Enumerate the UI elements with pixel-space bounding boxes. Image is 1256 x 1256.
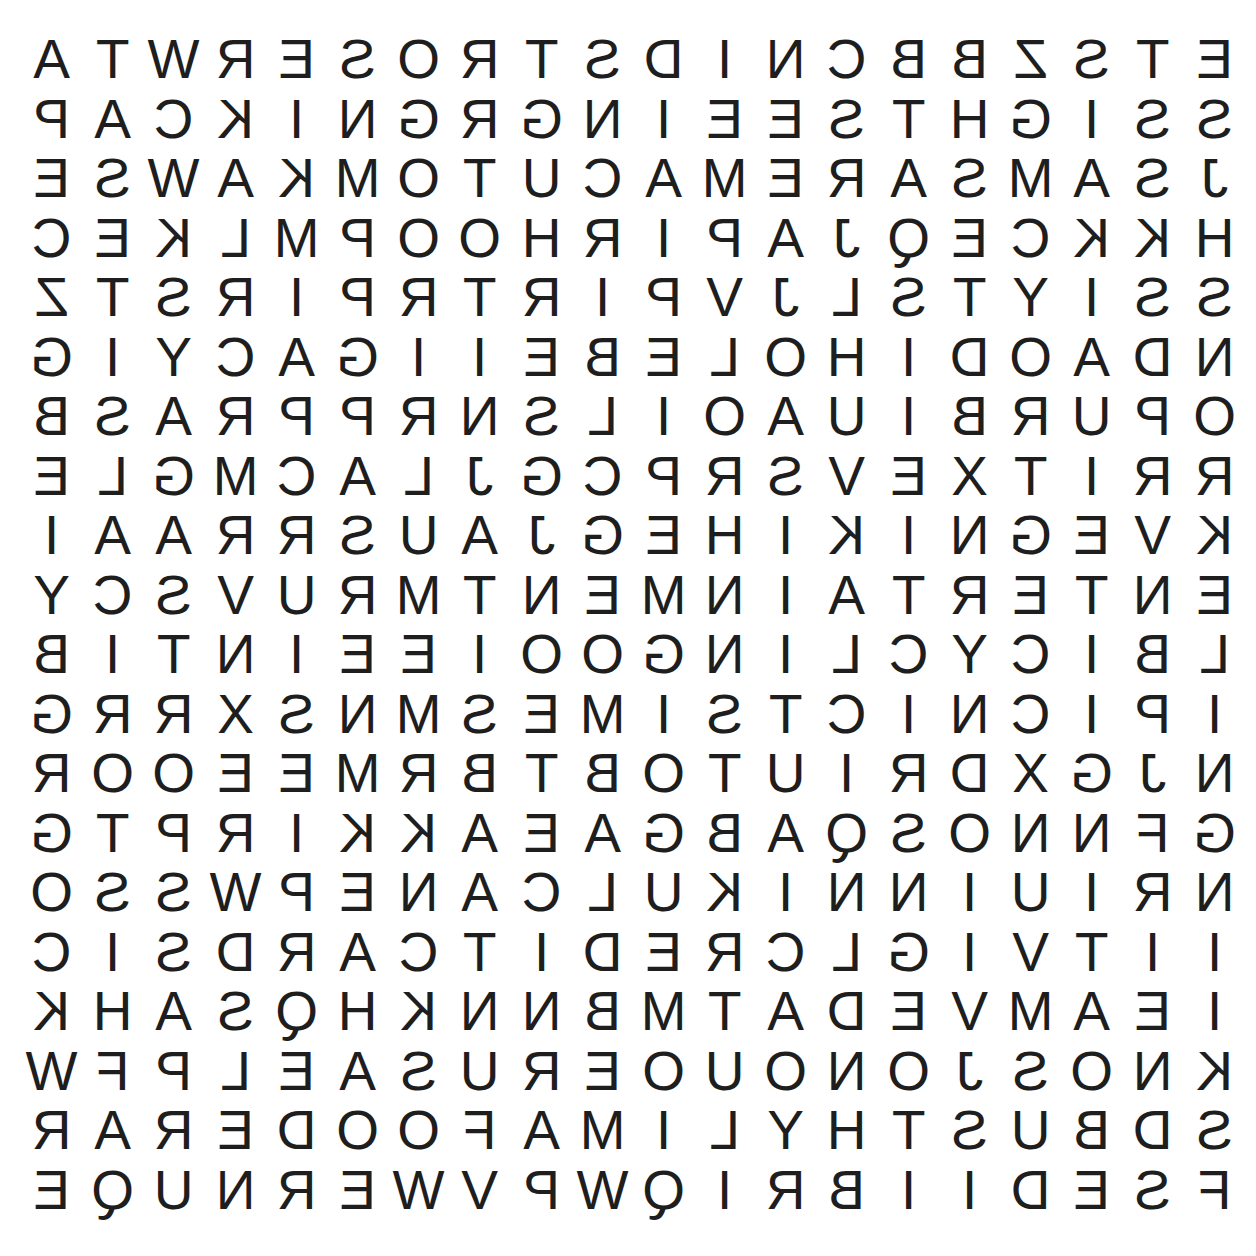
grid-cell[interactable]: J: [1184, 149, 1245, 209]
grid-cell[interactable]: N: [755, 30, 816, 90]
grid-cell[interactable]: D: [1122, 1101, 1183, 1161]
grid-cell[interactable]: R: [572, 209, 633, 269]
grid-cell[interactable]: I: [694, 1161, 755, 1221]
grid-cell[interactable]: K: [1122, 209, 1183, 269]
grid-cell[interactable]: O: [755, 328, 816, 388]
grid-cell[interactable]: S: [266, 685, 327, 745]
grid-cell[interactable]: C: [21, 923, 82, 983]
grid-cell[interactable]: A: [755, 982, 816, 1042]
grid-cell[interactable]: T: [82, 268, 143, 328]
grid-cell[interactable]: R: [205, 804, 266, 864]
grid-cell[interactable]: F: [82, 1042, 143, 1102]
grid-cell[interactable]: T: [449, 566, 510, 626]
grid-cell[interactable]: I: [939, 1161, 1000, 1221]
grid-cell[interactable]: R: [1184, 447, 1245, 507]
grid-cell[interactable]: C: [511, 863, 572, 923]
grid-cell[interactable]: F: [449, 1101, 510, 1161]
grid-cell[interactable]: G: [1000, 90, 1061, 150]
grid-cell[interactable]: T: [878, 566, 939, 626]
grid-cell[interactable]: D: [816, 982, 877, 1042]
grid-cell[interactable]: E: [511, 328, 572, 388]
grid-cell[interactable]: G: [388, 90, 449, 150]
grid-cell[interactable]: S: [1122, 268, 1183, 328]
grid-cell[interactable]: I: [21, 506, 82, 566]
grid-cell[interactable]: P: [327, 387, 388, 447]
grid-cell[interactable]: I: [633, 209, 694, 269]
grid-cell[interactable]: I: [816, 744, 877, 804]
grid-cell[interactable]: M: [266, 209, 327, 269]
grid-cell[interactable]: L: [205, 209, 266, 269]
grid-cell[interactable]: I: [82, 625, 143, 685]
grid-cell[interactable]: I: [755, 506, 816, 566]
grid-cell[interactable]: T: [511, 744, 572, 804]
grid-cell[interactable]: Z: [1000, 30, 1061, 90]
grid-cell[interactable]: A: [878, 149, 939, 209]
grid-cell[interactable]: I: [1122, 923, 1183, 983]
grid-cell[interactable]: I: [755, 863, 816, 923]
grid-cell[interactable]: O: [327, 1101, 388, 1161]
grid-cell[interactable]: C: [755, 923, 816, 983]
grid-cell[interactable]: R: [511, 268, 572, 328]
grid-cell[interactable]: P: [266, 863, 327, 923]
grid-cell[interactable]: J: [511, 506, 572, 566]
grid-cell[interactable]: J: [816, 209, 877, 269]
grid-cell[interactable]: P: [511, 1161, 572, 1221]
grid-cell[interactable]: T: [878, 1101, 939, 1161]
grid-cell[interactable]: Y: [1000, 268, 1061, 328]
grid-cell[interactable]: E: [266, 1042, 327, 1102]
grid-cell[interactable]: O: [511, 625, 572, 685]
grid-cell[interactable]: E: [1061, 1161, 1122, 1221]
grid-cell[interactable]: R: [449, 30, 510, 90]
grid-cell[interactable]: E: [1184, 30, 1245, 90]
grid-cell[interactable]: D: [939, 744, 1000, 804]
grid-cell[interactable]: G: [878, 923, 939, 983]
grid-cell[interactable]: N: [1184, 744, 1245, 804]
grid-cell[interactable]: S: [205, 982, 266, 1042]
grid-cell[interactable]: M: [388, 566, 449, 626]
grid-cell[interactable]: I: [1061, 268, 1122, 328]
grid-cell[interactable]: W: [572, 1161, 633, 1221]
grid-cell[interactable]: A: [82, 90, 143, 150]
grid-cell[interactable]: B: [1061, 1101, 1122, 1161]
grid-cell[interactable]: O: [755, 1042, 816, 1102]
grid-cell[interactable]: T: [694, 744, 755, 804]
grid-cell[interactable]: K: [1184, 506, 1245, 566]
grid-cell[interactable]: I: [694, 30, 755, 90]
grid-cell[interactable]: A: [755, 387, 816, 447]
grid-cell[interactable]: B: [572, 982, 633, 1042]
grid-cell[interactable]: F: [1122, 804, 1183, 864]
grid-cell[interactable]: Y: [143, 328, 204, 388]
grid-cell[interactable]: K: [266, 149, 327, 209]
grid-cell[interactable]: S: [143, 863, 204, 923]
grid-cell[interactable]: M: [633, 982, 694, 1042]
grid-cell[interactable]: O: [82, 744, 143, 804]
grid-cell[interactable]: B: [21, 387, 82, 447]
grid-cell[interactable]: P: [143, 1042, 204, 1102]
grid-cell[interactable]: N: [1000, 804, 1061, 864]
grid-cell[interactable]: L: [816, 625, 877, 685]
grid-cell[interactable]: U: [143, 1161, 204, 1221]
grid-cell[interactable]: O: [21, 863, 82, 923]
grid-cell[interactable]: H: [816, 1101, 877, 1161]
grid-cell[interactable]: B: [572, 328, 633, 388]
grid-cell[interactable]: U: [1000, 863, 1061, 923]
grid-cell[interactable]: U: [1061, 387, 1122, 447]
grid-cell[interactable]: V: [694, 268, 755, 328]
grid-cell[interactable]: T: [82, 804, 143, 864]
grid-cell[interactable]: N: [694, 625, 755, 685]
grid-cell[interactable]: N: [816, 1042, 877, 1102]
grid-cell[interactable]: K: [388, 982, 449, 1042]
grid-cell[interactable]: S: [755, 447, 816, 507]
grid-cell[interactable]: I: [755, 566, 816, 626]
grid-cell[interactable]: M: [572, 685, 633, 745]
grid-cell[interactable]: T: [1122, 30, 1183, 90]
grid-cell[interactable]: A: [755, 209, 816, 269]
grid-cell[interactable]: A: [327, 923, 388, 983]
grid-cell[interactable]: T: [143, 625, 204, 685]
grid-cell[interactable]: C: [21, 209, 82, 269]
grid-cell[interactable]: E: [327, 1161, 388, 1221]
grid-cell[interactable]: A: [449, 506, 510, 566]
grid-cell[interactable]: U: [633, 863, 694, 923]
grid-cell[interactable]: B: [449, 744, 510, 804]
grid-cell[interactable]: H: [327, 982, 388, 1042]
grid-cell[interactable]: E: [205, 744, 266, 804]
grid-cell[interactable]: N: [694, 566, 755, 626]
grid-cell[interactable]: M: [205, 447, 266, 507]
grid-cell[interactable]: O: [1000, 328, 1061, 388]
grid-cell[interactable]: S: [1122, 90, 1183, 150]
grid-cell[interactable]: H: [82, 982, 143, 1042]
grid-cell[interactable]: E: [1061, 506, 1122, 566]
grid-cell[interactable]: E: [21, 1161, 82, 1221]
grid-cell[interactable]: D: [266, 1101, 327, 1161]
grid-cell[interactable]: L: [205, 1042, 266, 1102]
grid-cell[interactable]: P: [21, 90, 82, 150]
grid-cell[interactable]: I: [266, 268, 327, 328]
grid-cell[interactable]: R: [82, 685, 143, 745]
grid-cell[interactable]: S: [878, 268, 939, 328]
grid-cell[interactable]: R: [1122, 447, 1183, 507]
grid-cell[interactable]: S: [82, 149, 143, 209]
grid-cell[interactable]: I: [266, 90, 327, 150]
grid-cell[interactable]: A: [1061, 149, 1122, 209]
grid-cell[interactable]: E: [511, 685, 572, 745]
grid-cell[interactable]: H: [511, 209, 572, 269]
grid-cell[interactable]: E: [327, 625, 388, 685]
grid-cell[interactable]: E: [755, 149, 816, 209]
grid-cell[interactable]: U: [449, 1042, 510, 1102]
grid-cell[interactable]: P: [633, 447, 694, 507]
grid-cell[interactable]: C: [266, 447, 327, 507]
grid-cell[interactable]: I: [878, 506, 939, 566]
grid-cell[interactable]: E: [266, 744, 327, 804]
grid-cell[interactable]: I: [449, 328, 510, 388]
grid-cell[interactable]: C: [878, 625, 939, 685]
grid-cell[interactable]: W: [21, 1042, 82, 1102]
grid-cell[interactable]: E: [205, 1101, 266, 1161]
grid-cell[interactable]: D: [1000, 1161, 1061, 1221]
grid-cell[interactable]: I: [939, 923, 1000, 983]
grid-cell[interactable]: M: [633, 566, 694, 626]
grid-cell[interactable]: S: [143, 923, 204, 983]
grid-cell[interactable]: I: [633, 1101, 694, 1161]
grid-cell[interactable]: P: [1122, 685, 1183, 745]
grid-cell[interactable]: S: [939, 1101, 1000, 1161]
grid-cell[interactable]: B: [816, 1161, 877, 1221]
grid-cell[interactable]: E: [572, 566, 633, 626]
grid-cell[interactable]: M: [1000, 982, 1061, 1042]
grid-cell[interactable]: N: [878, 863, 939, 923]
grid-cell[interactable]: I: [1184, 923, 1245, 983]
grid-cell[interactable]: J: [1122, 744, 1183, 804]
grid-cell[interactable]: Q: [633, 1161, 694, 1221]
grid-cell[interactable]: T: [449, 268, 510, 328]
grid-cell[interactable]: G: [1184, 804, 1245, 864]
grid-cell[interactable]: E: [633, 328, 694, 388]
grid-cell[interactable]: T: [878, 90, 939, 150]
grid-cell[interactable]: K: [21, 982, 82, 1042]
grid-cell[interactable]: E: [266, 30, 327, 90]
grid-cell[interactable]: Y: [755, 1101, 816, 1161]
grid-cell[interactable]: L: [572, 387, 633, 447]
grid-cell[interactable]: X: [1000, 744, 1061, 804]
grid-cell[interactable]: L: [816, 268, 877, 328]
grid-cell[interactable]: B: [939, 30, 1000, 90]
grid-cell[interactable]: L: [388, 447, 449, 507]
grid-cell[interactable]: S: [878, 804, 939, 864]
grid-cell[interactable]: V: [1122, 506, 1183, 566]
grid-cell[interactable]: O: [939, 804, 1000, 864]
grid-cell[interactable]: S: [143, 566, 204, 626]
grid-cell[interactable]: A: [143, 506, 204, 566]
grid-cell[interactable]: U: [755, 744, 816, 804]
grid-cell[interactable]: N: [572, 90, 633, 150]
grid-cell[interactable]: R: [205, 268, 266, 328]
grid-cell[interactable]: R: [21, 744, 82, 804]
grid-cell[interactable]: V: [449, 1161, 510, 1221]
grid-cell[interactable]: G: [572, 506, 633, 566]
grid-cell[interactable]: B: [939, 387, 1000, 447]
grid-cell[interactable]: Q: [82, 1161, 143, 1221]
grid-cell[interactable]: G: [21, 685, 82, 745]
grid-cell[interactable]: A: [449, 863, 510, 923]
grid-cell[interactable]: G: [143, 447, 204, 507]
grid-cell[interactable]: J: [755, 268, 816, 328]
grid-cell[interactable]: V: [1000, 923, 1061, 983]
grid-cell[interactable]: R: [266, 923, 327, 983]
grid-cell[interactable]: O: [449, 209, 510, 269]
grid-cell[interactable]: C: [1000, 209, 1061, 269]
grid-cell[interactable]: M: [327, 149, 388, 209]
grid-cell[interactable]: O: [633, 744, 694, 804]
grid-cell[interactable]: R: [1000, 387, 1061, 447]
grid-cell[interactable]: E: [572, 1042, 633, 1102]
grid-cell[interactable]: E: [755, 90, 816, 150]
grid-cell[interactable]: N: [1122, 566, 1183, 626]
grid-cell[interactable]: I: [878, 328, 939, 388]
grid-cell[interactable]: B: [572, 744, 633, 804]
grid-cell[interactable]: S: [572, 30, 633, 90]
grid-cell[interactable]: N: [816, 863, 877, 923]
grid-cell[interactable]: G: [21, 804, 82, 864]
grid-cell[interactable]: G: [633, 804, 694, 864]
grid-cell[interactable]: T: [1061, 923, 1122, 983]
grid-cell[interactable]: R: [939, 566, 1000, 626]
grid-cell[interactable]: K: [388, 804, 449, 864]
grid-cell[interactable]: E: [694, 90, 755, 150]
grid-cell[interactable]: K: [205, 90, 266, 150]
grid-cell[interactable]: N: [205, 625, 266, 685]
grid-cell[interactable]: E: [511, 804, 572, 864]
grid-cell[interactable]: S: [82, 387, 143, 447]
grid-cell[interactable]: R: [266, 506, 327, 566]
grid-cell[interactable]: R: [388, 268, 449, 328]
grid-cell[interactable]: K: [1184, 1042, 1245, 1102]
grid-cell[interactable]: C: [143, 90, 204, 150]
grid-cell[interactable]: J: [939, 1042, 1000, 1102]
grid-cell[interactable]: E: [878, 982, 939, 1042]
grid-cell[interactable]: A: [205, 149, 266, 209]
grid-cell[interactable]: P: [694, 209, 755, 269]
grid-cell[interactable]: S: [327, 506, 388, 566]
grid-cell[interactable]: I: [755, 625, 816, 685]
grid-cell[interactable]: N: [327, 90, 388, 150]
grid-cell[interactable]: N: [205, 1161, 266, 1221]
grid-cell[interactable]: I: [82, 923, 143, 983]
grid-cell[interactable]: R: [327, 566, 388, 626]
grid-cell[interactable]: D: [939, 328, 1000, 388]
grid-cell[interactable]: S: [1184, 90, 1245, 150]
grid-cell[interactable]: B: [878, 30, 939, 90]
grid-cell[interactable]: A: [511, 1101, 572, 1161]
grid-cell[interactable]: S: [449, 685, 510, 745]
grid-cell[interactable]: L: [572, 863, 633, 923]
grid-cell[interactable]: S: [939, 149, 1000, 209]
grid-cell[interactable]: P: [1122, 387, 1183, 447]
grid-cell[interactable]: T: [449, 923, 510, 983]
grid-cell[interactable]: O: [633, 1042, 694, 1102]
grid-cell[interactable]: A: [143, 387, 204, 447]
grid-cell[interactable]: U: [816, 387, 877, 447]
grid-cell[interactable]: O: [1061, 1042, 1122, 1102]
grid-cell[interactable]: N: [449, 982, 510, 1042]
grid-cell[interactable]: S: [511, 387, 572, 447]
grid-cell[interactable]: N: [449, 387, 510, 447]
grid-cell[interactable]: T: [755, 685, 816, 745]
grid-cell[interactable]: S: [82, 863, 143, 923]
grid-cell[interactable]: S: [1000, 1042, 1061, 1102]
grid-cell[interactable]: R: [205, 387, 266, 447]
grid-cell[interactable]: C: [1000, 625, 1061, 685]
grid-cell[interactable]: O: [388, 30, 449, 90]
grid-cell[interactable]: E: [633, 923, 694, 983]
grid-cell[interactable]: U: [1000, 1101, 1061, 1161]
grid-cell[interactable]: I: [878, 685, 939, 745]
grid-cell[interactable]: Y: [939, 625, 1000, 685]
grid-cell[interactable]: A: [1061, 328, 1122, 388]
grid-cell[interactable]: R: [205, 30, 266, 90]
grid-cell[interactable]: S: [816, 90, 877, 150]
grid-cell[interactable]: A: [449, 804, 510, 864]
grid-cell[interactable]: E: [1122, 982, 1183, 1042]
grid-cell[interactable]: D: [633, 30, 694, 90]
grid-cell[interactable]: T: [1000, 447, 1061, 507]
grid-cell[interactable]: O: [572, 625, 633, 685]
grid-cell[interactable]: I: [878, 1161, 939, 1221]
grid-cell[interactable]: R: [511, 1042, 572, 1102]
grid-cell[interactable]: A: [21, 30, 82, 90]
grid-cell[interactable]: I: [1061, 685, 1122, 745]
grid-cell[interactable]: I: [1184, 685, 1245, 745]
grid-cell[interactable]: K: [694, 863, 755, 923]
grid-cell[interactable]: A: [266, 328, 327, 388]
grid-cell[interactable]: I: [1061, 863, 1122, 923]
grid-cell[interactable]: M: [388, 685, 449, 745]
grid-cell[interactable]: G: [511, 90, 572, 150]
grid-cell[interactable]: U: [694, 1042, 755, 1102]
grid-cell[interactable]: C: [816, 685, 877, 745]
grid-cell[interactable]: E: [327, 863, 388, 923]
grid-cell[interactable]: E: [878, 447, 939, 507]
grid-cell[interactable]: A: [82, 506, 143, 566]
grid-cell[interactable]: L: [82, 447, 143, 507]
grid-cell[interactable]: Z: [21, 268, 82, 328]
grid-cell[interactable]: K: [816, 506, 877, 566]
grid-cell[interactable]: C: [572, 149, 633, 209]
grid-cell[interactable]: O: [388, 1101, 449, 1161]
grid-cell[interactable]: K: [327, 804, 388, 864]
grid-cell[interactable]: L: [694, 328, 755, 388]
grid-cell[interactable]: C: [388, 923, 449, 983]
grid-cell[interactable]: M: [572, 1101, 633, 1161]
grid-cell[interactable]: N: [388, 863, 449, 923]
grid-cell[interactable]: N: [1122, 1042, 1183, 1102]
grid-cell[interactable]: I: [266, 625, 327, 685]
grid-cell[interactable]: E: [21, 447, 82, 507]
grid-cell[interactable]: E: [939, 209, 1000, 269]
grid-cell[interactable]: A: [572, 804, 633, 864]
grid-cell[interactable]: Q: [266, 982, 327, 1042]
grid-cell[interactable]: E: [1000, 566, 1061, 626]
grid-cell[interactable]: R: [388, 744, 449, 804]
grid-cell[interactable]: I: [1061, 90, 1122, 150]
grid-cell[interactable]: W: [205, 863, 266, 923]
grid-cell[interactable]: T: [449, 149, 510, 209]
grid-cell[interactable]: S: [1184, 268, 1245, 328]
grid-cell[interactable]: C: [572, 447, 633, 507]
grid-cell[interactable]: Q: [878, 209, 939, 269]
grid-cell[interactable]: G: [327, 328, 388, 388]
grid-cell[interactable]: V: [816, 447, 877, 507]
grid-cell[interactable]: R: [388, 387, 449, 447]
grid-cell[interactable]: S: [1122, 149, 1183, 209]
grid-cell[interactable]: I: [82, 328, 143, 388]
grid-cell[interactable]: C: [816, 30, 877, 90]
grid-cell[interactable]: N: [511, 566, 572, 626]
grid-cell[interactable]: X: [939, 447, 1000, 507]
grid-cell[interactable]: I: [388, 328, 449, 388]
grid-cell[interactable]: G: [511, 447, 572, 507]
grid-cell[interactable]: U: [511, 149, 572, 209]
grid-cell[interactable]: I: [939, 863, 1000, 923]
grid-cell[interactable]: Y: [21, 566, 82, 626]
grid-cell[interactable]: P: [633, 268, 694, 328]
grid-cell[interactable]: A: [327, 1042, 388, 1102]
